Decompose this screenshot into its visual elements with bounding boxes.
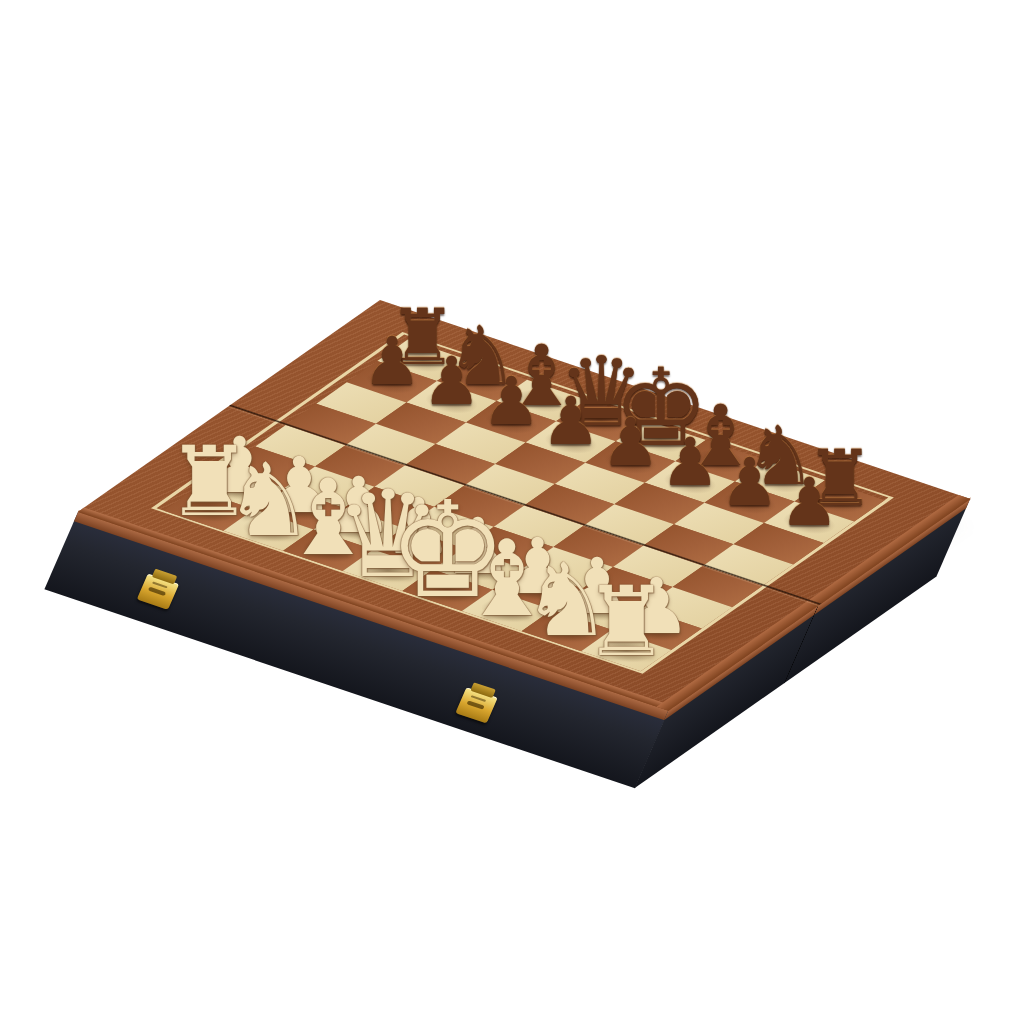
square-h1[interactable]: ♜: [581, 630, 671, 671]
piece-black-pawn-e7[interactable]: ♟: [601, 409, 660, 475]
piece-black-pawn-a7[interactable]: ♟: [362, 329, 421, 395]
piece-black-pawn-b7[interactable]: ♟: [422, 349, 481, 415]
piece-black-pawn-f7[interactable]: ♟: [660, 429, 719, 495]
board-top: ♜♞♝♛♚♝♞♜♟♟♟♟♟♟♟♟♟♟♟♟♟♟♟♟♜♞♝♛♚♝♞♜: [78, 300, 971, 711]
brass-latch-left[interactable]: [137, 574, 179, 610]
piece-black-pawn-c7[interactable]: ♟: [481, 369, 540, 435]
piece-white-rook-h1[interactable]: ♜: [583, 574, 669, 670]
piece-black-pawn-d7[interactable]: ♟: [541, 389, 600, 455]
chess-set-photo: ♜♞♝♛♚♝♞♜♟♟♟♟♟♟♟♟♟♟♟♟♟♟♟♟♜♞♝♛♚♝♞♜: [0, 0, 1024, 1024]
brass-latch-right[interactable]: [455, 687, 497, 723]
piece-black-pawn-g7[interactable]: ♟: [720, 449, 779, 515]
piece-black-pawn-h7[interactable]: ♟: [779, 469, 838, 535]
